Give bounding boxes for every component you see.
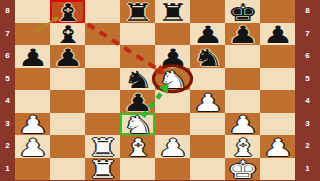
square-d4[interactable]: ♟ (120, 90, 155, 113)
piece-black-knight-d5[interactable]: ♞ (122, 68, 153, 91)
square-b6[interactable]: ♟ (50, 45, 85, 68)
square-c7[interactable] (85, 23, 120, 46)
piece-black-bishop-b7[interactable]: ♝ (52, 23, 83, 46)
piece-white-pawn-g3[interactable]: ♟ (227, 113, 258, 136)
piece-white-knight-d3[interactable]: ♞ (122, 113, 153, 136)
square-g6[interactable] (225, 45, 260, 68)
piece-white-pawn-a2[interactable]: ♟ (17, 135, 48, 158)
square-f8[interactable] (190, 0, 225, 23)
piece-white-rook-c1[interactable]: ♜ (87, 158, 118, 180)
square-d2[interactable]: ♝ (120, 135, 155, 158)
rank-label-8: 8 (295, 0, 320, 23)
square-g4[interactable] (225, 90, 260, 113)
square-g3[interactable]: ♟ (225, 113, 260, 136)
piece-white-knight-e5[interactable]: ♞ (157, 68, 188, 91)
piece-white-king-g1[interactable]: ♚ (227, 158, 258, 180)
piece-black-rook-d8[interactable]: ♜ (122, 0, 153, 23)
piece-black-rook-e8[interactable]: ♜ (157, 0, 188, 23)
square-a3[interactable]: ♟ (15, 113, 50, 136)
square-e4[interactable] (155, 90, 190, 113)
rank-label-2: 2 (0, 135, 15, 158)
rank-label-8: 8 (0, 0, 15, 23)
square-f2[interactable] (190, 135, 225, 158)
square-f4[interactable]: ♟ (190, 90, 225, 113)
rank-label-3: 3 (0, 113, 15, 136)
square-c1[interactable]: ♜ (85, 158, 120, 181)
square-h5[interactable] (260, 68, 295, 91)
square-a6[interactable]: ♟ (15, 45, 50, 68)
square-h7[interactable]: ♟ (260, 23, 295, 46)
piece-white-pawn-e2[interactable]: ♟ (157, 135, 188, 158)
square-b3[interactable] (50, 113, 85, 136)
square-c4[interactable] (85, 90, 120, 113)
square-b2[interactable] (50, 135, 85, 158)
square-d3[interactable]: ♞ (120, 113, 155, 136)
chess-diagram: { "game": "chess", "position": { "fen": … (0, 0, 320, 180)
square-h3[interactable] (260, 113, 295, 136)
rank-label-5: 5 (0, 68, 15, 91)
piece-white-pawn-h2[interactable]: ♟ (262, 135, 293, 158)
rank-label-6: 6 (295, 45, 320, 68)
piece-black-pawn-g7[interactable]: ♟ (227, 23, 258, 46)
square-g7[interactable]: ♟ (225, 23, 260, 46)
piece-black-knight-f6[interactable]: ♞ (192, 45, 223, 68)
square-h8[interactable] (260, 0, 295, 23)
chess-board: ♝♜♜♚♝♟♟♟♟♟♟♞♞♞♟♟♟♞♟♟♜♝♟♝♟♜♚ (15, 0, 295, 180)
rank-label-7: 7 (0, 23, 15, 46)
rank-label-6: 6 (0, 45, 15, 68)
square-g2[interactable]: ♝ (225, 135, 260, 158)
square-c5[interactable] (85, 68, 120, 91)
square-b7[interactable]: ♝ (50, 23, 85, 46)
piece-white-bishop-d2[interactable]: ♝ (122, 135, 153, 158)
square-h6[interactable] (260, 45, 295, 68)
square-c6[interactable] (85, 45, 120, 68)
square-f1[interactable] (190, 158, 225, 181)
square-h4[interactable] (260, 90, 295, 113)
rank-label-3: 3 (295, 113, 320, 136)
rank-label-4: 4 (295, 90, 320, 113)
piece-black-pawn-a6[interactable]: ♟ (17, 45, 48, 68)
rank-label-2: 2 (295, 135, 320, 158)
piece-black-pawn-f7[interactable]: ♟ (192, 23, 223, 46)
square-c2[interactable]: ♜ (85, 135, 120, 158)
rank-label-1: 1 (295, 158, 320, 181)
square-a8[interactable] (15, 0, 50, 23)
rank-label-5: 5 (295, 68, 320, 91)
square-a7[interactable] (15, 23, 50, 46)
rank-label-4: 4 (0, 90, 15, 113)
square-e2[interactable]: ♟ (155, 135, 190, 158)
square-g1[interactable]: ♚ (225, 158, 260, 181)
rank-labels-left: 87654321 (0, 0, 15, 180)
square-d6[interactable] (120, 45, 155, 68)
square-g8[interactable]: ♚ (225, 0, 260, 23)
square-b4[interactable] (50, 90, 85, 113)
square-e8[interactable]: ♜ (155, 0, 190, 23)
square-g5[interactable] (225, 68, 260, 91)
square-e3[interactable] (155, 113, 190, 136)
square-c8[interactable] (85, 0, 120, 23)
square-h2[interactable]: ♟ (260, 135, 295, 158)
rank-label-7: 7 (295, 23, 320, 46)
square-b8[interactable]: ♝ (50, 0, 85, 23)
square-a2[interactable]: ♟ (15, 135, 50, 158)
piece-black-pawn-b6[interactable]: ♟ (52, 45, 83, 68)
piece-black-pawn-h7[interactable]: ♟ (262, 23, 293, 46)
square-c3[interactable] (85, 113, 120, 136)
square-e6[interactable]: ♟ (155, 45, 190, 68)
piece-white-pawn-f4[interactable]: ♟ (192, 90, 223, 113)
square-b1[interactable] (50, 158, 85, 181)
square-d8[interactable]: ♜ (120, 0, 155, 23)
square-f7[interactable]: ♟ (190, 23, 225, 46)
square-f6[interactable]: ♞ (190, 45, 225, 68)
rank-labels-right: 87654321 (295, 0, 320, 180)
piece-white-pawn-a3[interactable]: ♟ (17, 113, 48, 136)
square-e5[interactable]: ♞ (155, 68, 190, 91)
square-a4[interactable] (15, 90, 50, 113)
square-d5[interactable]: ♞ (120, 68, 155, 91)
rank-label-1: 1 (0, 158, 15, 181)
